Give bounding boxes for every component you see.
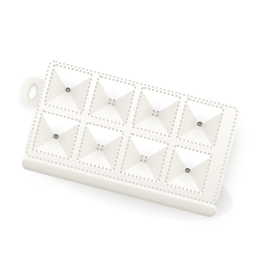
pit-r1c3[interactable] <box>131 86 181 137</box>
pit-r1c1[interactable] <box>43 63 93 114</box>
pit-r1c4[interactable] <box>175 97 225 148</box>
pit-grid <box>31 63 225 194</box>
center-hole-icon <box>65 87 71 93</box>
pit-r1c2[interactable] <box>87 75 137 126</box>
photo-background <box>0 0 256 256</box>
pit-r2c4[interactable] <box>163 143 213 194</box>
pit-r2c3[interactable] <box>119 132 169 183</box>
pit-r2c2[interactable] <box>75 121 125 172</box>
vent-dots-icon <box>97 144 99 146</box>
tab-hole <box>26 82 40 102</box>
vent-dots-icon <box>153 109 155 111</box>
center-hole-icon <box>53 133 59 139</box>
hanging-tab <box>21 74 46 108</box>
vent-dots-icon <box>141 155 143 157</box>
vent-dots-icon <box>109 98 111 100</box>
center-hole-icon <box>197 121 203 127</box>
pit-r2c1[interactable] <box>31 109 81 160</box>
center-hole-icon <box>185 167 191 173</box>
